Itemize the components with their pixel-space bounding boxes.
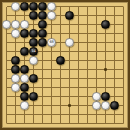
board-intersection — [2, 11, 11, 20]
board-intersection — [110, 38, 119, 47]
board-intersection — [92, 119, 101, 128]
white-stone — [20, 20, 29, 29]
white-stone — [65, 38, 74, 47]
board-intersection — [74, 47, 83, 56]
board-intersection — [101, 56, 110, 65]
board-intersection — [56, 2, 65, 11]
board-intersection — [38, 65, 47, 74]
board-intersection — [110, 74, 119, 83]
board-intersection — [56, 74, 65, 83]
black-stone — [20, 47, 29, 56]
board-intersection — [11, 11, 20, 20]
board-intersection — [11, 65, 20, 74]
board-intersection — [65, 101, 74, 110]
board-intersection — [11, 47, 20, 56]
board-intersection — [65, 11, 74, 20]
board-intersection — [20, 11, 29, 20]
board-intersection — [101, 101, 110, 110]
black-stone — [29, 29, 38, 38]
black-stone — [20, 2, 29, 11]
board-intersection — [74, 92, 83, 101]
board-intersection — [65, 29, 74, 38]
board-intersection — [20, 110, 29, 119]
board-intersection — [56, 20, 65, 29]
board-intersection — [20, 92, 29, 101]
board-intersection — [101, 2, 110, 11]
white-stone — [11, 20, 20, 29]
board-intersection — [74, 101, 83, 110]
board-intersection — [101, 83, 110, 92]
board-intersection: 14 — [29, 47, 38, 56]
board-intersection — [119, 11, 128, 20]
board-intersection — [110, 20, 119, 29]
black-stone — [20, 83, 29, 92]
black-stone — [38, 29, 47, 38]
board-intersection — [56, 92, 65, 101]
board-intersection — [29, 110, 38, 119]
go-board-grid: 6814 — [2, 2, 128, 128]
board-intersection — [47, 74, 56, 83]
board-intersection — [47, 119, 56, 128]
board-intersection — [47, 29, 56, 38]
white-stone — [20, 101, 29, 110]
board-intersection — [11, 29, 20, 38]
board-intersection — [101, 74, 110, 83]
white-stone — [11, 2, 20, 11]
board-intersection — [110, 119, 119, 128]
board-intersection — [110, 2, 119, 11]
board-intersection — [83, 56, 92, 65]
board-intersection — [119, 65, 128, 74]
board-intersection — [110, 11, 119, 20]
board-intersection — [92, 83, 101, 92]
board-intersection — [38, 83, 47, 92]
board-intersection — [101, 110, 110, 119]
board-intersection — [74, 2, 83, 11]
black-stone — [20, 92, 29, 101]
board-intersection — [2, 101, 11, 110]
board-intersection — [119, 29, 128, 38]
board-intersection — [56, 110, 65, 119]
black-stone — [20, 65, 29, 74]
board-intersection — [74, 83, 83, 92]
board-intersection — [38, 20, 47, 29]
board-intersection — [29, 29, 38, 38]
board-intersection — [92, 20, 101, 29]
board-intersection — [38, 29, 47, 38]
board-intersection — [20, 38, 29, 47]
board-intersection — [47, 56, 56, 65]
board-intersection — [11, 56, 20, 65]
black-stone — [20, 29, 29, 38]
board-intersection — [110, 83, 119, 92]
board-intersection — [74, 20, 83, 29]
board-intersection — [74, 56, 83, 65]
board-intersection — [119, 101, 128, 110]
white-stone — [29, 56, 38, 65]
board-intersection — [101, 20, 110, 29]
board-intersection — [83, 65, 92, 74]
board-intersection — [20, 83, 29, 92]
board-intersection — [110, 101, 119, 110]
board-intersection — [119, 92, 128, 101]
board-intersection — [29, 92, 38, 101]
board-intersection — [83, 74, 92, 83]
board-intersection — [11, 110, 20, 119]
board-intersection — [56, 11, 65, 20]
board-intersection — [11, 101, 20, 110]
board-intersection — [65, 83, 74, 92]
board-intersection — [83, 83, 92, 92]
board-intersection — [110, 110, 119, 119]
board-intersection — [65, 65, 74, 74]
board-intersection — [65, 47, 74, 56]
board-intersection — [29, 11, 38, 20]
board-intersection — [2, 74, 11, 83]
board-intersection — [119, 20, 128, 29]
board-intersection — [83, 47, 92, 56]
white-stone — [11, 74, 20, 83]
board-intersection — [65, 38, 74, 47]
board-intersection — [47, 65, 56, 74]
board-intersection — [119, 56, 128, 65]
board-intersection — [56, 83, 65, 92]
board-intersection — [38, 47, 47, 56]
board-intersection — [101, 47, 110, 56]
board-intersection — [20, 56, 29, 65]
board-intersection — [38, 2, 47, 11]
board-intersection — [2, 110, 11, 119]
board-intersection — [20, 119, 29, 128]
board-intersection — [20, 65, 29, 74]
board-intersection — [47, 11, 56, 20]
board-intersection — [2, 20, 11, 29]
board-intersection — [2, 47, 11, 56]
board-intersection — [47, 83, 56, 92]
board-intersection — [11, 2, 20, 11]
board-intersection — [92, 2, 101, 11]
white-stone — [92, 92, 101, 101]
board-intersection — [83, 2, 92, 11]
board-intersection — [74, 119, 83, 128]
board-intersection — [29, 38, 38, 47]
black-stone — [38, 38, 47, 47]
board-intersection — [110, 65, 119, 74]
board-intersection — [29, 101, 38, 110]
go-board-thumbnail[interactable]: 6814 — [0, 0, 130, 130]
board-intersection — [47, 20, 56, 29]
board-intersection — [20, 2, 29, 11]
board-intersection — [38, 101, 47, 110]
white-stone — [92, 101, 101, 110]
board-intersection — [92, 11, 101, 20]
black-stone — [65, 11, 74, 20]
board-intersection — [29, 65, 38, 74]
board-intersection — [2, 2, 11, 11]
board-intersection — [38, 110, 47, 119]
board-intersection — [65, 2, 74, 11]
black-stone — [29, 92, 38, 101]
board-intersection — [110, 47, 119, 56]
board-intersection — [65, 92, 74, 101]
board-intersection — [29, 119, 38, 128]
board-intersection — [83, 119, 92, 128]
board-intersection — [74, 110, 83, 119]
white-stone: 68 — [47, 38, 56, 47]
board-intersection — [92, 110, 101, 119]
white-stone — [101, 101, 110, 110]
board-intersection — [74, 11, 83, 20]
board-intersection — [65, 56, 74, 65]
board-intersection — [92, 92, 101, 101]
board-intersection — [47, 101, 56, 110]
board-intersection — [83, 110, 92, 119]
board-intersection — [92, 56, 101, 65]
black-stone — [101, 20, 110, 29]
board-intersection — [56, 29, 65, 38]
board-intersection — [47, 92, 56, 101]
board-intersection — [56, 47, 65, 56]
board-intersection — [2, 29, 11, 38]
board-intersection — [83, 20, 92, 29]
hoshi-dot — [104, 68, 106, 70]
board-intersection — [65, 74, 74, 83]
board-intersection — [83, 11, 92, 20]
board-intersection — [92, 65, 101, 74]
board-intersection — [29, 2, 38, 11]
board-intersection — [38, 92, 47, 101]
black-stone — [110, 101, 119, 110]
board-intersection — [11, 83, 20, 92]
board-intersection — [11, 92, 20, 101]
white-stone — [47, 2, 56, 11]
board-intersection — [38, 38, 47, 47]
white-stone — [2, 20, 11, 29]
board-intersection — [29, 56, 38, 65]
black-stone — [101, 92, 110, 101]
board-intersection — [56, 65, 65, 74]
board-intersection: 68 — [47, 38, 56, 47]
board-intersection — [74, 29, 83, 38]
board-intersection — [47, 110, 56, 119]
board-intersection — [101, 38, 110, 47]
board-intersection — [65, 110, 74, 119]
black-stone — [38, 2, 47, 11]
board-intersection — [11, 74, 20, 83]
black-stone: 14 — [29, 47, 38, 56]
white-stone — [47, 11, 56, 20]
board-intersection — [92, 29, 101, 38]
board-intersection — [65, 20, 74, 29]
board-intersection — [2, 83, 11, 92]
board-intersection — [92, 47, 101, 56]
board-intersection — [11, 119, 20, 128]
board-intersection — [29, 20, 38, 29]
board-intersection — [83, 92, 92, 101]
board-intersection — [92, 101, 101, 110]
board-intersection — [38, 11, 47, 20]
black-stone — [29, 11, 38, 20]
board-intersection — [38, 119, 47, 128]
white-stone — [11, 29, 20, 38]
board-intersection — [29, 83, 38, 92]
board-intersection — [11, 20, 20, 29]
board-intersection — [47, 47, 56, 56]
black-stone — [29, 2, 38, 11]
board-intersection — [38, 74, 47, 83]
white-stone — [11, 83, 20, 92]
board-intersection — [56, 119, 65, 128]
board-intersection — [11, 38, 20, 47]
board-intersection — [119, 119, 128, 128]
black-stone — [38, 11, 47, 20]
board-intersection — [83, 29, 92, 38]
board-intersection — [110, 56, 119, 65]
black-stone — [29, 38, 38, 47]
board-intersection — [20, 29, 29, 38]
board-intersection — [101, 119, 110, 128]
board-intersection — [119, 2, 128, 11]
board-intersection — [20, 47, 29, 56]
board-intersection — [2, 65, 11, 74]
board-intersection — [119, 74, 128, 83]
board-intersection — [101, 11, 110, 20]
board-intersection — [2, 38, 11, 47]
board-intersection — [119, 47, 128, 56]
board-intersection — [20, 20, 29, 29]
board-intersection — [74, 74, 83, 83]
black-stone — [56, 56, 65, 65]
board-intersection — [2, 119, 11, 128]
black-stone — [11, 56, 20, 65]
board-intersection — [92, 38, 101, 47]
hoshi-dot — [68, 104, 70, 106]
board-intersection — [20, 101, 29, 110]
board-intersection — [110, 92, 119, 101]
board-intersection — [119, 83, 128, 92]
board-intersection — [92, 74, 101, 83]
board-intersection — [56, 56, 65, 65]
board-intersection — [119, 38, 128, 47]
board-intersection — [119, 110, 128, 119]
white-stone — [20, 74, 29, 83]
black-stone — [38, 20, 47, 29]
board-intersection — [2, 92, 11, 101]
board-intersection — [101, 65, 110, 74]
board-intersection — [29, 74, 38, 83]
board-intersection — [47, 2, 56, 11]
board-intersection — [65, 119, 74, 128]
board-intersection — [2, 56, 11, 65]
board-intersection — [56, 101, 65, 110]
board-intersection — [110, 29, 119, 38]
board-intersection — [101, 92, 110, 101]
black-stone — [11, 65, 20, 74]
board-intersection — [83, 101, 92, 110]
move-number-label: 68 — [49, 41, 53, 45]
black-stone — [29, 74, 38, 83]
board-intersection — [74, 38, 83, 47]
board-intersection — [83, 38, 92, 47]
board-intersection — [38, 56, 47, 65]
board-intersection — [74, 65, 83, 74]
board-intersection — [20, 74, 29, 83]
move-number-label: 14 — [31, 50, 35, 54]
board-intersection — [101, 29, 110, 38]
board-intersection — [56, 38, 65, 47]
